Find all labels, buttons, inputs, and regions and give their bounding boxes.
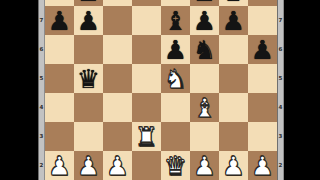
square-d3: ♜ (132, 122, 161, 151)
square-d2 (132, 151, 161, 180)
rank-label-4: 4 (39, 93, 44, 122)
rank-label-7: 7 (278, 6, 283, 35)
square-b4 (74, 93, 103, 122)
rank-label-2: 2 (39, 151, 44, 180)
white-bishop-f4: ♝ (190, 93, 219, 122)
square-e2: ♛ (161, 151, 190, 180)
square-e7: ♝ (161, 6, 190, 35)
white-queen-e2: ♛ (161, 151, 190, 180)
square-a3 (45, 122, 74, 151)
square-c3 (103, 122, 132, 151)
square-f7: ♟ (190, 6, 219, 35)
square-h2: ♟ (248, 151, 277, 180)
square-b2: ♟ (74, 151, 103, 180)
black-pawn-e6: ♟ (161, 35, 190, 64)
rank-label-5: 5 (278, 64, 283, 93)
black-pawn-f7: ♟ (190, 6, 219, 35)
square-g4 (219, 93, 248, 122)
square-f2: ♟ (190, 151, 219, 180)
rank-label-3: 3 (39, 122, 44, 151)
white-pawn-a2: ♟ (45, 151, 74, 180)
square-g3 (219, 122, 248, 151)
black-pawn-b7: ♟ (74, 6, 103, 35)
board-border-left: 87654321 (38, 0, 45, 180)
square-b5: ♛ (74, 64, 103, 93)
square-c2: ♟ (103, 151, 132, 180)
chess-board: ♜♜♚♟♟♝♟♟♟♞♟♛♞♝♜♟♟♟♛♟♟♟♜♚ (45, 0, 277, 180)
white-pawn-b2: ♟ (74, 151, 103, 180)
square-b7: ♟ (74, 6, 103, 35)
white-rook-d3: ♜ (132, 122, 161, 151)
square-a2: ♟ (45, 151, 74, 180)
square-g2: ♟ (219, 151, 248, 180)
square-d5 (132, 64, 161, 93)
black-pawn-h6: ♟ (248, 35, 277, 64)
square-a4 (45, 93, 74, 122)
square-h3 (248, 122, 277, 151)
black-queen-b5: ♛ (74, 64, 103, 93)
square-f4: ♝ (190, 93, 219, 122)
square-d7 (132, 6, 161, 35)
square-c7 (103, 6, 132, 35)
board-border-right: 87654321 (277, 0, 284, 180)
square-f3 (190, 122, 219, 151)
rank-label-7: 7 (39, 6, 44, 35)
square-f6: ♞ (190, 35, 219, 64)
square-d4 (132, 93, 161, 122)
white-knight-e5: ♞ (161, 64, 190, 93)
rank-label-3: 3 (278, 122, 283, 151)
rank-label-6: 6 (39, 35, 44, 64)
square-a7: ♟ (45, 6, 74, 35)
square-e5: ♞ (161, 64, 190, 93)
square-c5 (103, 64, 132, 93)
square-h6: ♟ (248, 35, 277, 64)
rank-label-4: 4 (278, 93, 283, 122)
rank-label-6: 6 (278, 35, 283, 64)
square-b6 (74, 35, 103, 64)
white-pawn-h2: ♟ (248, 151, 277, 180)
square-g6 (219, 35, 248, 64)
white-pawn-g2: ♟ (219, 151, 248, 180)
square-h5 (248, 64, 277, 93)
square-d6 (132, 35, 161, 64)
square-e6: ♟ (161, 35, 190, 64)
rank-label-5: 5 (39, 64, 44, 93)
black-pawn-a7: ♟ (45, 6, 74, 35)
square-c6 (103, 35, 132, 64)
black-bishop-e7: ♝ (161, 6, 190, 35)
square-a6 (45, 35, 74, 64)
rank-label-2: 2 (278, 151, 283, 180)
square-a5 (45, 64, 74, 93)
square-b3 (74, 122, 103, 151)
square-f5 (190, 64, 219, 93)
square-c4 (103, 93, 132, 122)
video-frame: 87654321 ♜♜♚♟♟♝♟♟♟♞♟♛♞♝♜♟♟♟♛♟♟♟♜♚ 876543… (0, 0, 320, 180)
square-g7: ♟ (219, 6, 248, 35)
square-h4 (248, 93, 277, 122)
square-e4 (161, 93, 190, 122)
white-pawn-f2: ♟ (190, 151, 219, 180)
square-g5 (219, 64, 248, 93)
square-e3 (161, 122, 190, 151)
black-pawn-g7: ♟ (219, 6, 248, 35)
black-knight-f6: ♞ (190, 35, 219, 64)
white-pawn-c2: ♟ (103, 151, 132, 180)
square-h7 (248, 6, 277, 35)
